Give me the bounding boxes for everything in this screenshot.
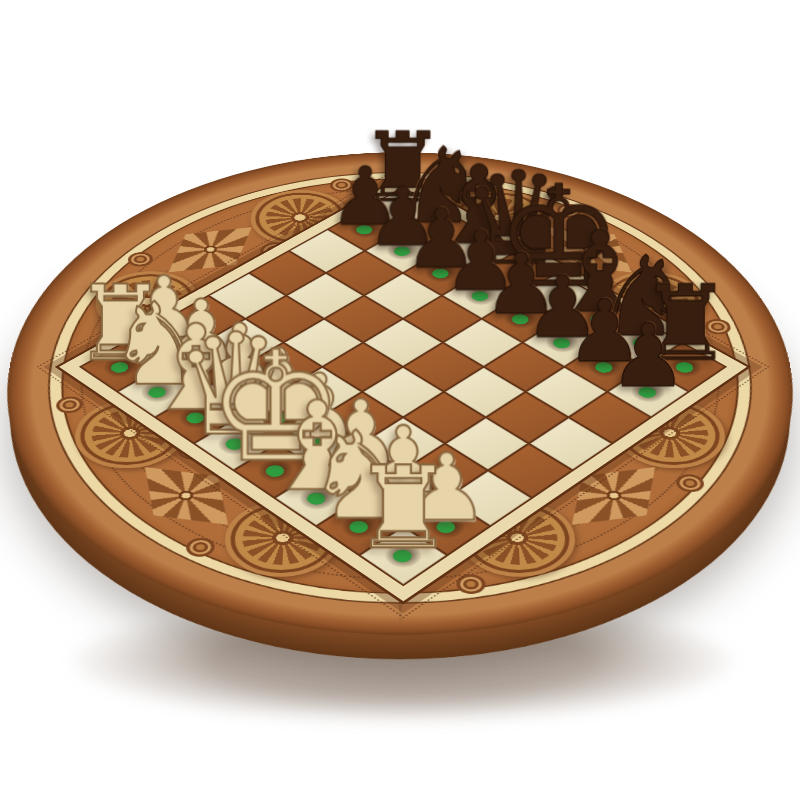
- piece-black-pawn-h7: ♟: [609, 312, 687, 399]
- perspective-scene: ♜♞♝♛♚♝♞♜♟♟♟♟♟♟♟♟♟♟♟♟♟♟♟♟♜♞♝♛♚♝♞♜: [0, 0, 800, 800]
- square-a5: [250, 252, 324, 295]
- rosette-carving: [249, 190, 350, 246]
- bullseye-carving: [557, 204, 582, 218]
- piece-white-rook-h1: ♜: [352, 451, 454, 565]
- chess-set-photo: ♜♞♝♛♚♝♞♜♟♟♟♟♟♟♟♟♟♟♟♟♟♟♟♟♜♞♝♛♚♝♞♜: [0, 0, 800, 800]
- round-carved-board: ♜♞♝♛♚♝♞♜♟♟♟♟♟♟♟♟♟♟♟♟♟♟♟♟♜♞♝♛♚♝♞♜: [0, 152, 800, 634]
- board-tilt-plane: ♜♞♝♛♚♝♞♜♟♟♟♟♟♟♟♟♟♟♟♟♟♟♟♟♜♞♝♛♚♝♞♜: [0, 152, 800, 634]
- square-b6: [327, 252, 401, 295]
- bullseye-carving: [428, 224, 458, 241]
- bullseye-carving: [329, 179, 353, 192]
- square-h5: [530, 418, 611, 469]
